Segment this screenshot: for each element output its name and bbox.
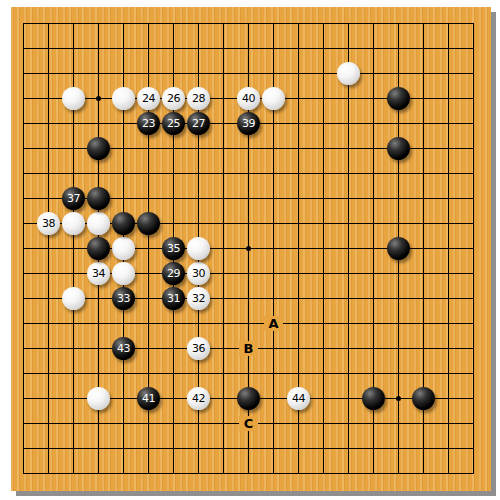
stone-white[interactable] (187, 237, 210, 260)
point-label-A[interactable]: A (264, 316, 283, 331)
stone-black[interactable] (87, 137, 110, 160)
stone-white-42[interactable]: 42 (187, 387, 210, 410)
stone-white[interactable] (62, 287, 85, 310)
stone-black[interactable] (87, 237, 110, 260)
stone-black[interactable] (412, 387, 435, 410)
stone-white-40[interactable]: 40 (237, 87, 260, 110)
stone-white-38[interactable]: 38 (37, 212, 60, 235)
stone-black[interactable] (387, 87, 410, 110)
stone-white[interactable] (62, 212, 85, 235)
stone-white-36[interactable]: 36 (187, 337, 210, 360)
stone-black[interactable] (137, 212, 160, 235)
stone-black-37[interactable]: 37 (62, 187, 85, 210)
stone-black-41[interactable]: 41 (137, 387, 160, 410)
stone-white[interactable] (112, 262, 135, 285)
stone-white[interactable] (112, 237, 135, 260)
stone-black-25[interactable]: 25 (162, 112, 185, 135)
point-label-C[interactable]: C (239, 416, 258, 431)
stone-black[interactable] (87, 187, 110, 210)
stone-black-29[interactable]: 29 (162, 262, 185, 285)
go-board[interactable]: ABC2324252627282930313233343536373839404… (11, 7, 491, 491)
stone-black[interactable] (387, 237, 410, 260)
stone-black-33[interactable]: 33 (112, 287, 135, 310)
stone-black-43[interactable]: 43 (112, 337, 135, 360)
stone-white-30[interactable]: 30 (187, 262, 210, 285)
stone-black-23[interactable]: 23 (137, 112, 160, 135)
stone-white-44[interactable]: 44 (287, 387, 310, 410)
stone-black[interactable] (112, 212, 135, 235)
stone-white[interactable] (262, 87, 285, 110)
stone-white-28[interactable]: 28 (187, 87, 210, 110)
stone-black-35[interactable]: 35 (162, 237, 185, 260)
stone-black-27[interactable]: 27 (187, 112, 210, 135)
stone-white[interactable] (87, 212, 110, 235)
stone-white[interactable] (337, 62, 360, 85)
stone-white-26[interactable]: 26 (162, 87, 185, 110)
point-label-B[interactable]: B (239, 341, 258, 356)
stone-black[interactable] (362, 387, 385, 410)
star-point (96, 96, 101, 101)
star-point (396, 396, 401, 401)
stone-white[interactable] (62, 87, 85, 110)
board-layer: ABC2324252627282930313233343536373839404… (23, 23, 474, 474)
stone-black-31[interactable]: 31 (162, 287, 185, 310)
star-point (246, 246, 251, 251)
stone-white[interactable] (112, 87, 135, 110)
stone-white-34[interactable]: 34 (87, 262, 110, 285)
stone-white-24[interactable]: 24 (137, 87, 160, 110)
stone-black[interactable] (387, 137, 410, 160)
stone-black[interactable] (237, 387, 260, 410)
stone-black-39[interactable]: 39 (237, 112, 260, 135)
stone-white-32[interactable]: 32 (187, 287, 210, 310)
stone-white[interactable] (87, 387, 110, 410)
